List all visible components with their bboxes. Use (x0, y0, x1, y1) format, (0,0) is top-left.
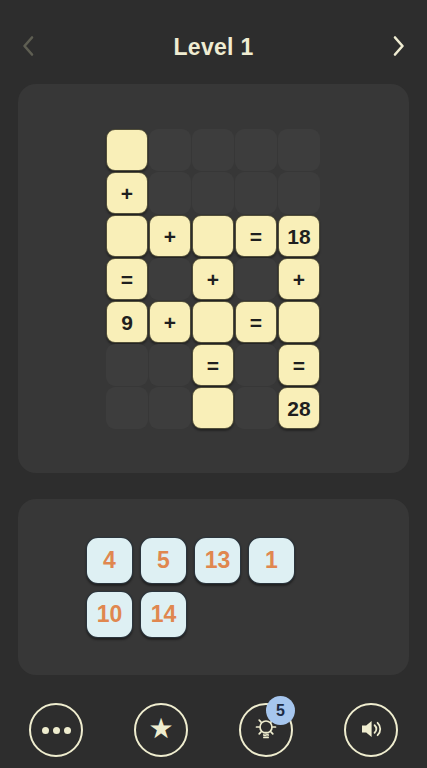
star-icon: ★ (148, 715, 173, 743)
board-operator-tile-+: + (106, 172, 148, 214)
board-operator-tile-+: + (278, 258, 320, 300)
puzzle-board-panel: ++=18=++9+===28 (18, 84, 409, 473)
tray-tile-14[interactable]: 14 (140, 591, 187, 638)
page-title: Level 1 (0, 34, 427, 61)
board-operator-tile-=: = (106, 258, 148, 300)
tray-tile-5[interactable]: 5 (140, 537, 187, 584)
board-slot-r1c1[interactable] (106, 129, 148, 171)
hint-button[interactable]: 5 (239, 703, 293, 757)
board-operator-tile-+: + (149, 215, 191, 257)
board-cell-empty (106, 344, 148, 386)
board-number-tile-9: 9 (106, 301, 148, 343)
board-operator-tile-+: + (149, 301, 191, 343)
board-slot-r7c3[interactable] (192, 387, 234, 429)
bottom-toolbar: ★ 5 (0, 703, 427, 757)
board-cell-empty (278, 172, 320, 214)
chevron-right-icon (392, 35, 406, 60)
more-button[interactable] (29, 703, 83, 757)
number-tray-panel: 451311014 (18, 499, 409, 675)
board-cell-empty (235, 172, 277, 214)
board-cell-empty (192, 172, 234, 214)
board-cell-empty (278, 129, 320, 171)
board-cell-empty (149, 344, 191, 386)
ellipsis-icon (42, 727, 71, 734)
board-operator-tile-=: = (192, 344, 234, 386)
favorite-button[interactable]: ★ (134, 703, 188, 757)
hint-count-badge: 5 (266, 696, 295, 725)
header-bar: Level 1 (0, 26, 427, 68)
tray-tile-10[interactable]: 10 (86, 591, 133, 638)
board-slot-r3c3[interactable] (192, 215, 234, 257)
chevron-left-icon (21, 35, 35, 60)
board-cell-empty (149, 129, 191, 171)
tray-tile-13[interactable]: 13 (194, 537, 241, 584)
board-number-tile-18: 18 (278, 215, 320, 257)
board-slot-r3c1[interactable] (106, 215, 148, 257)
board-cell-empty (235, 387, 277, 429)
speaker-icon (357, 715, 385, 746)
board-operator-tile-=: = (235, 301, 277, 343)
sound-button[interactable] (344, 703, 398, 757)
prev-level-button[interactable] (10, 29, 46, 65)
board-cell-empty (149, 172, 191, 214)
board-slot-r5c5[interactable] (278, 301, 320, 343)
board-number-tile-28: 28 (278, 387, 320, 429)
board-cell-empty (192, 129, 234, 171)
board-slot-r5c3[interactable] (192, 301, 234, 343)
board-cell-empty (235, 344, 277, 386)
number-tray: 451311014 (86, 499, 348, 675)
board-cell-empty (106, 387, 148, 429)
board-operator-tile-=: = (278, 344, 320, 386)
board-cell-empty (235, 258, 277, 300)
board-cell-empty (235, 129, 277, 171)
next-level-button[interactable] (381, 29, 417, 65)
board-cell-empty (149, 258, 191, 300)
board-operator-tile-=: = (235, 215, 277, 257)
tray-tile-4[interactable]: 4 (86, 537, 133, 584)
board-operator-tile-+: + (192, 258, 234, 300)
board-cell-empty (149, 387, 191, 429)
tray-tile-1[interactable]: 1 (248, 537, 295, 584)
puzzle-grid: ++=18=++9+===28 (106, 129, 320, 429)
